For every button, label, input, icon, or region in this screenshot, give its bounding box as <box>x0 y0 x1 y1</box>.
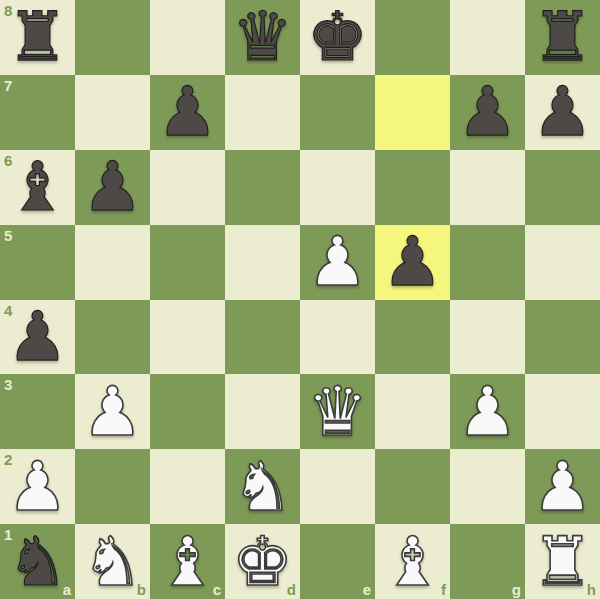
square-h2[interactable]: ♟ <box>525 449 600 524</box>
rank-label-5: 5 <box>4 228 12 243</box>
square-b5[interactable] <box>75 225 150 300</box>
square-e7[interactable] <box>300 75 375 150</box>
square-f1[interactable]: f♝ <box>375 524 450 599</box>
square-c7[interactable]: ♟ <box>150 75 225 150</box>
piece-black-bishop[interactable]: ♝ <box>0 150 75 225</box>
square-f8[interactable] <box>375 0 450 75</box>
square-e3[interactable]: ♛ <box>300 374 375 449</box>
square-d5[interactable] <box>225 225 300 300</box>
square-e6[interactable] <box>300 150 375 225</box>
piece-black-queen[interactable]: ♛ <box>225 0 300 75</box>
piece-white-pawn[interactable]: ♟ <box>75 374 150 449</box>
square-h8[interactable]: ♜ <box>525 0 600 75</box>
square-c3[interactable] <box>150 374 225 449</box>
square-b8[interactable] <box>75 0 150 75</box>
square-c5[interactable] <box>150 225 225 300</box>
square-d3[interactable] <box>225 374 300 449</box>
piece-black-pawn[interactable]: ♟ <box>150 75 225 150</box>
square-c6[interactable] <box>150 150 225 225</box>
square-h5[interactable] <box>525 225 600 300</box>
square-g7[interactable]: ♟ <box>450 75 525 150</box>
square-a5[interactable]: 5 <box>0 225 75 300</box>
piece-white-pawn[interactable]: ♟ <box>450 374 525 449</box>
square-f7[interactable] <box>375 75 450 150</box>
square-a3[interactable]: 3 <box>0 374 75 449</box>
square-f4[interactable] <box>375 300 450 375</box>
square-d7[interactable] <box>225 75 300 150</box>
square-e2[interactable] <box>300 449 375 524</box>
piece-black-rook[interactable]: ♜ <box>525 0 600 75</box>
chess-board: 8♜♛♚♜7♟♟♟6♝♟5♟♟4♟3♟♛♟2♟♞♟1a♞b♞c♝d♚ef♝gh♜ <box>0 0 600 599</box>
square-d1[interactable]: d♚ <box>225 524 300 599</box>
square-e4[interactable] <box>300 300 375 375</box>
piece-white-pawn[interactable]: ♟ <box>525 449 600 524</box>
square-a6[interactable]: 6♝ <box>0 150 75 225</box>
square-b7[interactable] <box>75 75 150 150</box>
square-b1[interactable]: b♞ <box>75 524 150 599</box>
file-label-e: e <box>363 582 371 597</box>
square-d4[interactable] <box>225 300 300 375</box>
square-h7[interactable]: ♟ <box>525 75 600 150</box>
rank-label-3: 3 <box>4 377 12 392</box>
square-a2[interactable]: 2♟ <box>0 449 75 524</box>
piece-black-rook[interactable]: ♜ <box>0 0 75 75</box>
square-c4[interactable] <box>150 300 225 375</box>
square-d2[interactable]: ♞ <box>225 449 300 524</box>
square-b3[interactable]: ♟ <box>75 374 150 449</box>
square-e1[interactable]: e <box>300 524 375 599</box>
piece-black-pawn[interactable]: ♟ <box>375 225 450 300</box>
rank-label-7: 7 <box>4 78 12 93</box>
piece-white-pawn[interactable]: ♟ <box>0 449 75 524</box>
square-f3[interactable] <box>375 374 450 449</box>
square-a4[interactable]: 4♟ <box>0 300 75 375</box>
piece-black-knight[interactable]: ♞ <box>0 524 75 599</box>
square-f2[interactable] <box>375 449 450 524</box>
square-g8[interactable] <box>450 0 525 75</box>
square-a8[interactable]: 8♜ <box>0 0 75 75</box>
square-a7[interactable]: 7 <box>0 75 75 150</box>
square-g3[interactable]: ♟ <box>450 374 525 449</box>
square-b2[interactable] <box>75 449 150 524</box>
square-g5[interactable] <box>450 225 525 300</box>
square-e5[interactable]: ♟ <box>300 225 375 300</box>
square-a1[interactable]: 1a♞ <box>0 524 75 599</box>
piece-black-pawn[interactable]: ♟ <box>525 75 600 150</box>
square-d8[interactable]: ♛ <box>225 0 300 75</box>
square-b4[interactable] <box>75 300 150 375</box>
square-h6[interactable] <box>525 150 600 225</box>
piece-white-queen[interactable]: ♛ <box>300 374 375 449</box>
piece-white-knight[interactable]: ♞ <box>225 449 300 524</box>
square-c1[interactable]: c♝ <box>150 524 225 599</box>
piece-white-bishop[interactable]: ♝ <box>375 524 450 599</box>
piece-white-rook[interactable]: ♜ <box>525 524 600 599</box>
square-g1[interactable]: g <box>450 524 525 599</box>
piece-black-pawn[interactable]: ♟ <box>75 150 150 225</box>
piece-black-pawn[interactable]: ♟ <box>0 300 75 375</box>
square-h4[interactable] <box>525 300 600 375</box>
piece-white-king[interactable]: ♚ <box>225 524 300 599</box>
square-f6[interactable] <box>375 150 450 225</box>
square-h1[interactable]: h♜ <box>525 524 600 599</box>
piece-black-pawn[interactable]: ♟ <box>450 75 525 150</box>
square-c2[interactable] <box>150 449 225 524</box>
piece-white-knight[interactable]: ♞ <box>75 524 150 599</box>
square-f5[interactable]: ♟ <box>375 225 450 300</box>
square-g2[interactable] <box>450 449 525 524</box>
piece-white-bishop[interactable]: ♝ <box>150 524 225 599</box>
square-d6[interactable] <box>225 150 300 225</box>
square-b6[interactable]: ♟ <box>75 150 150 225</box>
piece-black-king[interactable]: ♚ <box>300 0 375 75</box>
piece-white-pawn[interactable]: ♟ <box>300 225 375 300</box>
square-c8[interactable] <box>150 0 225 75</box>
file-label-g: g <box>512 582 521 597</box>
square-h3[interactable] <box>525 374 600 449</box>
square-g4[interactable] <box>450 300 525 375</box>
square-e8[interactable]: ♚ <box>300 0 375 75</box>
square-g6[interactable] <box>450 150 525 225</box>
